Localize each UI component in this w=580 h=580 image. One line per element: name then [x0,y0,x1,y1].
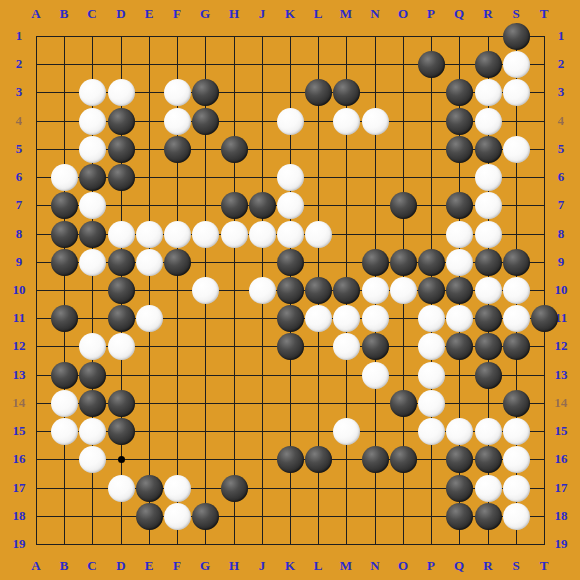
stone-white [277,108,304,135]
stone-white [333,305,360,332]
coordinate-label: 7 [5,197,33,213]
coordinate-label: 18 [5,508,33,524]
stone-black [446,503,473,530]
stone-black [277,446,304,473]
coordinate-label: G [191,6,219,22]
coordinate-label: K [276,6,304,22]
stone-white [390,277,417,304]
stone-black [475,333,502,360]
stone-white [475,192,502,219]
stone-black [446,277,473,304]
stone-white [79,333,106,360]
coordinate-label: 19 [547,536,575,552]
go-game-screenshot: ABCDEFGHJKLMNOPQRST ABCDEFGHJKLMNOPQRST … [0,0,580,580]
stone-white [475,418,502,445]
stone-white [446,418,473,445]
coordinate-label: N [361,6,389,22]
coordinate-label: D [107,6,135,22]
stone-white [164,79,191,106]
coordinate-label: 12 [547,338,575,354]
coordinate-label: L [304,6,332,22]
stone-white [192,221,219,248]
coordinate-label: 12 [5,338,33,354]
coordinate-label: 2 [5,56,33,72]
stone-white [51,390,78,417]
stone-white [164,503,191,530]
stone-black [503,390,530,417]
stone-white [79,192,106,219]
coordinate-label: R [474,558,502,574]
stone-white [475,475,502,502]
stone-black [475,305,502,332]
stone-white [79,418,106,445]
stone-black [108,108,135,135]
stone-black [192,503,219,530]
coordinate-label: 17 [547,480,575,496]
stone-white [418,362,445,389]
stone-white [277,192,304,219]
stone-white [333,108,360,135]
coordinate-label: Q [445,558,473,574]
coordinate-label: 3 [5,84,33,100]
stone-white [136,249,163,276]
coordinate-label: H [220,558,248,574]
stone-white [164,108,191,135]
stone-white [51,164,78,191]
stone-black [446,136,473,163]
stone-black [503,333,530,360]
stone-white [108,79,135,106]
stone-white [362,108,389,135]
coordinate-label: 5 [5,141,33,157]
stone-black [79,390,106,417]
stone-black [531,305,558,332]
stone-black [221,475,248,502]
stone-black [475,249,502,276]
stone-white [503,446,530,473]
coordinate-label: 9 [5,254,33,270]
coordinate-label: A [22,558,50,574]
stone-black [79,221,106,248]
coordinate-label: 2 [547,56,575,72]
coordinate-label: 9 [547,254,575,270]
stone-black [390,446,417,473]
stone-black [108,418,135,445]
coordinate-label: T [530,558,558,574]
stone-black [418,51,445,78]
stone-white [362,362,389,389]
coordinate-label: 17 [5,480,33,496]
coordinate-label: F [163,6,191,22]
stone-black [108,136,135,163]
stone-black [305,277,332,304]
stone-white [475,79,502,106]
stone-white [503,51,530,78]
stone-black [446,446,473,473]
stone-black [446,108,473,135]
stone-black [79,164,106,191]
stone-white [446,221,473,248]
coordinate-label: F [163,558,191,574]
stone-black [503,249,530,276]
coordinate-label: 14 [547,395,575,411]
coordinate-label: 1 [5,28,33,44]
stone-black [390,249,417,276]
stone-white [475,108,502,135]
stone-white [362,305,389,332]
stone-black [108,277,135,304]
stone-black [164,249,191,276]
coordinate-label: T [530,6,558,22]
stone-black [51,221,78,248]
stone-black [446,79,473,106]
coordinate-label: L [304,558,332,574]
stone-white [192,277,219,304]
stone-white [79,136,106,163]
coordinate-label: 10 [5,282,33,298]
stone-black [51,362,78,389]
stone-black [390,390,417,417]
stone-white [503,79,530,106]
stone-black [305,79,332,106]
stone-black [446,192,473,219]
stone-black [333,79,360,106]
coordinate-label: J [248,6,276,22]
stone-black [79,362,106,389]
coordinate-label: D [107,558,135,574]
stone-black [362,333,389,360]
coordinate-label: 19 [5,536,33,552]
stone-black [277,333,304,360]
stone-white [446,249,473,276]
stone-black [136,475,163,502]
coordinate-label: N [361,558,389,574]
stone-black [333,277,360,304]
stone-white [475,277,502,304]
coordinate-label: P [417,6,445,22]
coordinate-label: E [135,558,163,574]
stone-white [164,221,191,248]
coordinate-label: K [276,558,304,574]
star-point [118,456,125,463]
coordinate-label: 15 [547,423,575,439]
coordinate-label: 4 [547,113,575,129]
stone-white [418,305,445,332]
coordinate-label: O [389,6,417,22]
coordinate-label: S [502,6,530,22]
coordinate-label: J [248,558,276,574]
coordinate-label: 8 [5,226,33,242]
stone-white [249,221,276,248]
coordinate-label: 5 [547,141,575,157]
stone-white [277,221,304,248]
coordinate-label: 15 [5,423,33,439]
stone-black [108,305,135,332]
stone-black [136,503,163,530]
stone-black [475,136,502,163]
stone-black [192,79,219,106]
coordinate-label: M [332,6,360,22]
stone-black [192,108,219,135]
stone-black [51,249,78,276]
stone-black [221,192,248,219]
stone-black [446,475,473,502]
grid-line-horizontal [36,544,545,545]
stone-black [108,249,135,276]
stone-white [446,305,473,332]
stone-black [164,136,191,163]
stone-white [503,277,530,304]
coordinate-label: 3 [547,84,575,100]
coordinate-label: 13 [547,367,575,383]
coordinate-label: 16 [547,451,575,467]
stone-white [503,503,530,530]
stone-white [108,221,135,248]
stone-white [79,79,106,106]
stone-black [108,390,135,417]
stone-white [221,221,248,248]
stone-black [475,503,502,530]
stone-white [418,418,445,445]
stone-white [51,418,78,445]
coordinate-label: 7 [547,197,575,213]
stone-white [503,418,530,445]
coordinate-label: O [389,558,417,574]
stone-white [333,418,360,445]
stone-white [333,333,360,360]
stone-white [136,305,163,332]
coordinate-label: P [417,558,445,574]
coordinate-label: G [191,558,219,574]
stone-black [362,249,389,276]
coordinate-label: H [220,6,248,22]
stone-black [475,51,502,78]
coordinate-label: S [502,558,530,574]
stone-white [108,475,135,502]
coordinate-label: 6 [5,169,33,185]
stone-white [136,221,163,248]
coordinate-label: A [22,6,50,22]
stone-black [249,192,276,219]
coordinate-label: 16 [5,451,33,467]
stone-white [503,475,530,502]
stone-white [503,305,530,332]
stone-white [108,333,135,360]
coordinate-label: E [135,6,163,22]
stone-black [418,277,445,304]
stone-black [51,305,78,332]
stone-white [277,164,304,191]
stone-black [418,249,445,276]
coordinate-label: B [50,6,78,22]
stone-black [221,136,248,163]
grid-line-vertical [544,36,545,545]
coordinate-label: 6 [547,169,575,185]
coordinate-label: R [474,6,502,22]
stone-black [362,446,389,473]
stone-white [79,108,106,135]
stone-black [108,164,135,191]
coordinate-label: C [78,558,106,574]
stone-white [362,277,389,304]
stone-white [305,221,332,248]
coordinate-label: 10 [547,282,575,298]
stone-white [249,277,276,304]
coordinate-label: 13 [5,367,33,383]
stone-black [503,23,530,50]
coordinate-label: B [50,558,78,574]
stone-white [305,305,332,332]
stone-white [503,136,530,163]
stone-white [79,249,106,276]
coordinate-label: Q [445,6,473,22]
stone-black [51,192,78,219]
stone-black [305,446,332,473]
stone-white [79,446,106,473]
grid-line-horizontal [36,375,545,376]
coordinate-label: 8 [547,226,575,242]
stone-black [475,362,502,389]
stone-black [390,192,417,219]
stone-black [277,249,304,276]
coordinate-label: M [332,558,360,574]
coordinate-label: 18 [547,508,575,524]
stone-white [164,475,191,502]
stone-white [418,333,445,360]
stone-white [418,390,445,417]
coordinate-label: 14 [5,395,33,411]
stone-white [475,221,502,248]
coordinate-label: C [78,6,106,22]
stone-black [475,446,502,473]
stone-white [475,164,502,191]
coordinate-label: 4 [5,113,33,129]
stone-black [277,305,304,332]
coordinate-label: 1 [547,28,575,44]
stone-black [277,277,304,304]
stone-black [446,333,473,360]
coordinate-label: 11 [5,310,33,326]
